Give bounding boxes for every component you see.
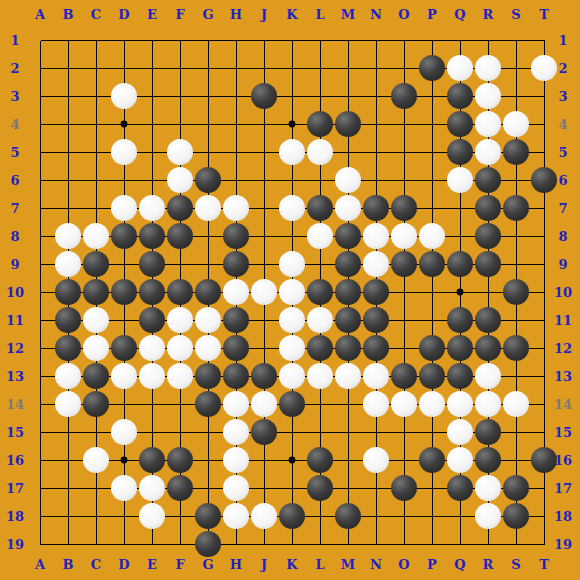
- stone-white-S4: [503, 111, 529, 137]
- stone-white-J14: [251, 391, 277, 417]
- row-label-left-1: 1: [10, 34, 19, 47]
- stone-white-H15: [223, 419, 249, 445]
- col-label-top-T: T: [539, 8, 549, 21]
- stone-black-B10: [55, 279, 81, 305]
- row-label-left-14: 14: [6, 398, 24, 411]
- stone-white-H14: [223, 391, 249, 417]
- stone-white-N8: [363, 223, 389, 249]
- col-label-bottom-F: F: [175, 558, 184, 571]
- stone-white-Q2: [447, 55, 473, 81]
- stone-black-S12: [503, 335, 529, 361]
- col-label-bottom-B: B: [63, 558, 74, 571]
- go-board[interactable]: AABBCCDDEEFFGGHHJJKKLLMMNNOOPPQQRRSSTT11…: [0, 0, 580, 580]
- stone-black-S18: [503, 503, 529, 529]
- stone-white-R17: [475, 475, 501, 501]
- row-label-left-6: 6: [10, 174, 19, 187]
- col-label-top-L: L: [315, 8, 324, 21]
- row-label-right-19: 19: [554, 538, 572, 551]
- stone-black-L12: [307, 335, 333, 361]
- stone-black-G10: [195, 279, 221, 305]
- stone-white-S14: [503, 391, 529, 417]
- stone-white-K10: [279, 279, 305, 305]
- stone-white-Q15: [447, 419, 473, 445]
- row-label-right-4: 4: [558, 118, 567, 131]
- stone-white-G7: [195, 195, 221, 221]
- stone-white-D7: [111, 195, 137, 221]
- stone-black-M10: [335, 279, 361, 305]
- col-label-top-O: O: [398, 8, 409, 21]
- stone-black-J15: [251, 419, 277, 445]
- stone-black-R9: [475, 251, 501, 277]
- stone-black-M8: [335, 223, 361, 249]
- stone-black-F10: [167, 279, 193, 305]
- stone-black-B12: [55, 335, 81, 361]
- stone-black-G6: [195, 167, 221, 193]
- row-label-right-10: 10: [554, 286, 572, 299]
- row-label-right-12: 12: [554, 342, 572, 355]
- stone-black-R6: [475, 167, 501, 193]
- stone-black-F16: [167, 447, 193, 473]
- stone-black-Q11: [447, 307, 473, 333]
- stone-black-F17: [167, 475, 193, 501]
- hoshi-point-Q10: [457, 289, 464, 296]
- row-label-left-17: 17: [6, 482, 24, 495]
- stone-white-R4: [475, 111, 501, 137]
- stone-black-B11: [55, 307, 81, 333]
- stone-black-M11: [335, 307, 361, 333]
- stone-white-E13: [139, 363, 165, 389]
- stone-white-D17: [111, 475, 137, 501]
- stone-black-K14: [279, 391, 305, 417]
- stone-black-L4: [307, 111, 333, 137]
- hoshi-point-K4: [289, 121, 296, 128]
- stone-white-P8: [419, 223, 445, 249]
- stone-black-N11: [363, 307, 389, 333]
- stone-black-L17: [307, 475, 333, 501]
- stone-black-Q12: [447, 335, 473, 361]
- hoshi-point-K16: [289, 457, 296, 464]
- row-label-left-2: 2: [10, 62, 19, 75]
- stone-black-G13: [195, 363, 221, 389]
- row-label-left-12: 12: [6, 342, 24, 355]
- stone-white-K9: [279, 251, 305, 277]
- stone-white-M7: [335, 195, 361, 221]
- stone-white-L11: [307, 307, 333, 333]
- row-label-left-4: 4: [10, 118, 19, 131]
- stone-black-Q17: [447, 475, 473, 501]
- stone-white-R3: [475, 83, 501, 109]
- stone-black-E8: [139, 223, 165, 249]
- stone-black-D12: [111, 335, 137, 361]
- stone-black-Q9: [447, 251, 473, 277]
- stone-white-N13: [363, 363, 389, 389]
- col-label-top-F: F: [175, 8, 184, 21]
- stone-black-S10: [503, 279, 529, 305]
- col-label-bottom-S: S: [511, 558, 520, 571]
- stone-black-M12: [335, 335, 361, 361]
- col-label-top-K: K: [286, 8, 297, 21]
- stone-white-F6: [167, 167, 193, 193]
- stone-black-C10: [83, 279, 109, 305]
- stone-black-Q4: [447, 111, 473, 137]
- col-label-top-Q: Q: [454, 8, 465, 21]
- stone-white-K13: [279, 363, 305, 389]
- stone-black-G19: [195, 531, 221, 557]
- col-label-top-R: R: [483, 8, 494, 21]
- stone-black-H12: [223, 335, 249, 361]
- col-label-top-C: C: [91, 8, 101, 21]
- stone-black-R8: [475, 223, 501, 249]
- row-label-right-13: 13: [554, 370, 572, 383]
- stone-white-K11: [279, 307, 305, 333]
- stone-white-G12: [195, 335, 221, 361]
- stone-white-D3: [111, 83, 137, 109]
- stone-white-L5: [307, 139, 333, 165]
- col-label-bottom-R: R: [483, 558, 494, 571]
- stone-white-P14: [419, 391, 445, 417]
- stone-black-D10: [111, 279, 137, 305]
- stone-white-C12: [83, 335, 109, 361]
- col-label-bottom-D: D: [118, 558, 129, 571]
- stone-white-H7: [223, 195, 249, 221]
- row-label-right-14: 14: [554, 398, 572, 411]
- col-label-bottom-J: J: [261, 558, 267, 571]
- row-label-left-5: 5: [10, 146, 19, 159]
- row-label-right-1: 1: [558, 34, 567, 47]
- stone-black-J3: [251, 83, 277, 109]
- stone-white-F5: [167, 139, 193, 165]
- stone-white-M13: [335, 363, 361, 389]
- stone-black-E9: [139, 251, 165, 277]
- col-label-bottom-C: C: [91, 558, 101, 571]
- stone-black-J13: [251, 363, 277, 389]
- row-label-right-5: 5: [558, 146, 567, 159]
- stone-white-D15: [111, 419, 137, 445]
- stone-black-D8: [111, 223, 137, 249]
- stone-black-N12: [363, 335, 389, 361]
- hoshi-point-D4: [121, 121, 128, 128]
- stone-black-G18: [195, 503, 221, 529]
- stone-white-F13: [167, 363, 193, 389]
- stone-white-F12: [167, 335, 193, 361]
- stone-white-N14: [363, 391, 389, 417]
- stone-white-E18: [139, 503, 165, 529]
- stone-black-R7: [475, 195, 501, 221]
- col-label-bottom-N: N: [370, 558, 382, 571]
- stone-black-O7: [391, 195, 417, 221]
- stone-black-C13: [83, 363, 109, 389]
- stone-white-K7: [279, 195, 305, 221]
- stone-black-S7: [503, 195, 529, 221]
- col-label-bottom-G: G: [202, 558, 213, 571]
- col-label-bottom-K: K: [286, 558, 297, 571]
- stone-white-M6: [335, 167, 361, 193]
- stone-white-G11: [195, 307, 221, 333]
- stone-black-O13: [391, 363, 417, 389]
- stone-white-T2: [531, 55, 557, 81]
- stone-white-Q6: [447, 167, 473, 193]
- row-label-left-18: 18: [6, 510, 24, 523]
- col-label-bottom-T: T: [539, 558, 549, 571]
- stone-white-N16: [363, 447, 389, 473]
- stone-white-O14: [391, 391, 417, 417]
- row-label-left-19: 19: [6, 538, 24, 551]
- stone-white-D13: [111, 363, 137, 389]
- col-label-bottom-E: E: [147, 558, 157, 571]
- stone-white-C11: [83, 307, 109, 333]
- stone-black-Q5: [447, 139, 473, 165]
- row-label-left-9: 9: [10, 258, 19, 271]
- col-label-top-D: D: [118, 8, 129, 21]
- row-label-right-3: 3: [558, 90, 567, 103]
- col-label-top-B: B: [63, 8, 74, 21]
- stone-black-S17: [503, 475, 529, 501]
- row-label-left-3: 3: [10, 90, 19, 103]
- stone-white-H17: [223, 475, 249, 501]
- row-label-right-8: 8: [558, 230, 567, 243]
- stone-white-L13: [307, 363, 333, 389]
- stone-black-C14: [83, 391, 109, 417]
- col-label-bottom-Q: Q: [454, 558, 465, 571]
- stone-white-B9: [55, 251, 81, 277]
- stone-black-E16: [139, 447, 165, 473]
- col-label-top-A: A: [35, 8, 45, 21]
- stone-white-N9: [363, 251, 389, 277]
- stone-black-R15: [475, 419, 501, 445]
- row-label-right-17: 17: [554, 482, 572, 495]
- stone-black-E11: [139, 307, 165, 333]
- stone-black-P13: [419, 363, 445, 389]
- stone-white-H18: [223, 503, 249, 529]
- stone-black-E10: [139, 279, 165, 305]
- stone-white-C8: [83, 223, 109, 249]
- col-label-top-M: M: [341, 8, 355, 21]
- stone-black-C9: [83, 251, 109, 277]
- row-label-right-11: 11: [554, 314, 572, 327]
- row-label-right-9: 9: [558, 258, 567, 271]
- stone-black-L10: [307, 279, 333, 305]
- stone-black-L16: [307, 447, 333, 473]
- stone-white-J10: [251, 279, 277, 305]
- row-label-left-10: 10: [6, 286, 24, 299]
- stone-white-R14: [475, 391, 501, 417]
- stone-black-F7: [167, 195, 193, 221]
- stone-black-Q3: [447, 83, 473, 109]
- col-label-bottom-A: A: [35, 558, 45, 571]
- stone-black-N10: [363, 279, 389, 305]
- stone-white-E7: [139, 195, 165, 221]
- stone-black-H8: [223, 223, 249, 249]
- stone-black-F8: [167, 223, 193, 249]
- stone-white-C16: [83, 447, 109, 473]
- col-label-top-E: E: [147, 8, 157, 21]
- stone-black-H11: [223, 307, 249, 333]
- col-label-bottom-L: L: [315, 558, 324, 571]
- stone-black-P2: [419, 55, 445, 81]
- stone-white-B14: [55, 391, 81, 417]
- stone-white-H16: [223, 447, 249, 473]
- stone-white-E17: [139, 475, 165, 501]
- stone-black-R11: [475, 307, 501, 333]
- row-label-right-18: 18: [554, 510, 572, 523]
- stone-black-P16: [419, 447, 445, 473]
- stone-white-O8: [391, 223, 417, 249]
- col-label-bottom-O: O: [398, 558, 409, 571]
- stone-white-R18: [475, 503, 501, 529]
- stone-black-M4: [335, 111, 361, 137]
- stone-white-B8: [55, 223, 81, 249]
- stone-black-H9: [223, 251, 249, 277]
- stone-black-T6: [531, 167, 557, 193]
- stone-white-Q16: [447, 447, 473, 473]
- stone-black-M18: [335, 503, 361, 529]
- row-label-left-15: 15: [6, 426, 24, 439]
- col-label-bottom-M: M: [341, 558, 355, 571]
- stone-white-E12: [139, 335, 165, 361]
- stone-white-H10: [223, 279, 249, 305]
- col-label-bottom-P: P: [427, 558, 437, 571]
- stone-black-S5: [503, 139, 529, 165]
- stone-black-M9: [335, 251, 361, 277]
- stone-white-Q14: [447, 391, 473, 417]
- stone-white-R5: [475, 139, 501, 165]
- stone-white-J18: [251, 503, 277, 529]
- col-label-top-N: N: [370, 8, 382, 21]
- stone-black-H13: [223, 363, 249, 389]
- row-label-left-16: 16: [6, 454, 24, 467]
- stone-black-K18: [279, 503, 305, 529]
- col-label-bottom-H: H: [230, 558, 242, 571]
- hoshi-point-D16: [121, 457, 128, 464]
- stone-black-Q13: [447, 363, 473, 389]
- stone-white-F11: [167, 307, 193, 333]
- row-label-left-8: 8: [10, 230, 19, 243]
- stone-white-K12: [279, 335, 305, 361]
- col-label-top-H: H: [230, 8, 242, 21]
- stone-black-G14: [195, 391, 221, 417]
- row-label-right-6: 6: [558, 174, 567, 187]
- col-label-top-G: G: [202, 8, 213, 21]
- row-label-left-7: 7: [10, 202, 19, 215]
- stone-black-P12: [419, 335, 445, 361]
- stone-black-O9: [391, 251, 417, 277]
- stone-black-R12: [475, 335, 501, 361]
- col-label-top-J: J: [261, 8, 267, 21]
- stone-black-T16: [531, 447, 557, 473]
- stone-white-K5: [279, 139, 305, 165]
- col-label-top-S: S: [511, 8, 520, 21]
- stone-black-P9: [419, 251, 445, 277]
- stone-white-R13: [475, 363, 501, 389]
- stone-black-L7: [307, 195, 333, 221]
- stone-white-L8: [307, 223, 333, 249]
- row-label-right-15: 15: [554, 426, 572, 439]
- stone-black-R16: [475, 447, 501, 473]
- row-label-left-13: 13: [6, 370, 24, 383]
- stone-white-R2: [475, 55, 501, 81]
- stone-black-N7: [363, 195, 389, 221]
- stone-black-O3: [391, 83, 417, 109]
- col-label-top-P: P: [427, 8, 437, 21]
- row-label-right-2: 2: [558, 62, 567, 75]
- row-label-left-11: 11: [6, 314, 24, 327]
- stone-white-D5: [111, 139, 137, 165]
- stone-black-O17: [391, 475, 417, 501]
- row-label-right-7: 7: [558, 202, 567, 215]
- stone-white-B13: [55, 363, 81, 389]
